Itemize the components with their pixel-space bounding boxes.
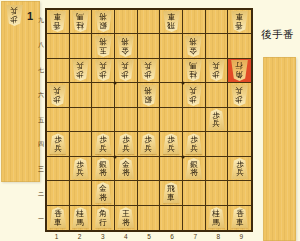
square-3五[interactable]	[92, 108, 115, 132]
file-label: 6	[161, 232, 184, 241]
square-6四[interactable]: 歩兵	[160, 132, 183, 156]
shogi-piece-gote[interactable]: 銀将	[94, 158, 113, 179]
square-9六[interactable]: 歩兵	[228, 83, 251, 107]
shogi-piece-sente[interactable]: 歩兵	[230, 85, 249, 106]
square-2五[interactable]	[70, 108, 93, 132]
square-4四[interactable]: 歩兵	[115, 132, 138, 156]
square-7五[interactable]	[183, 108, 206, 132]
square-1六[interactable]: 歩兵	[47, 83, 70, 107]
shogi-piece-gote[interactable]: 歩兵	[94, 133, 113, 154]
square-9五[interactable]	[228, 108, 251, 132]
board-grid: 香車桂馬銀将飛車香車玉将金将金将歩兵歩兵歩兵歩兵桂馬歩兵角行歩兵銀将歩兵歩兵歩兵…	[47, 10, 251, 230]
shogi-piece-sente[interactable]: 歩兵	[48, 85, 67, 106]
shogi-piece-gote[interactable]: 金将	[94, 182, 113, 203]
sente-captured-pieces-stand: 歩兵 1	[1, 1, 40, 182]
square-3二[interactable]: 金将	[92, 181, 115, 205]
sente-hand-pawn-count: 1	[27, 10, 33, 22]
file-label: 3	[91, 232, 114, 241]
file-labels: 123456789	[45, 232, 253, 241]
square-9三[interactable]: 歩兵	[228, 157, 251, 181]
square-1五[interactable]	[47, 108, 70, 132]
square-7一[interactable]	[183, 206, 206, 230]
square-8八[interactable]	[206, 34, 229, 58]
square-2二[interactable]	[70, 181, 93, 205]
square-3三[interactable]: 銀将	[92, 157, 115, 181]
square-2六[interactable]	[70, 83, 93, 107]
shogi-piece-gote[interactable]: 角行	[94, 207, 113, 228]
rank-label: 九	[37, 8, 45, 33]
square-4五[interactable]	[115, 108, 138, 132]
square-8三[interactable]	[206, 157, 229, 181]
square-4六[interactable]	[115, 83, 138, 107]
square-5三[interactable]	[138, 157, 161, 181]
square-5六[interactable]: 銀将	[138, 83, 161, 107]
square-3一[interactable]: 角行	[92, 206, 115, 230]
square-1三[interactable]	[47, 157, 70, 181]
shogi-piece-gote[interactable]: 歩兵	[139, 133, 158, 154]
square-2九[interactable]: 桂馬	[70, 10, 93, 34]
hoshi-dot	[182, 155, 185, 158]
square-5五[interactable]	[138, 108, 161, 132]
square-1八[interactable]	[47, 34, 70, 58]
square-3四[interactable]: 歩兵	[92, 132, 115, 156]
shogi-piece-sente[interactable]: 歩兵	[116, 60, 135, 81]
shogi-piece-gote[interactable]: 金将	[116, 158, 135, 179]
shogi-piece-gote[interactable]: 歩兵	[230, 158, 249, 179]
square-8一[interactable]: 桂馬	[206, 206, 229, 230]
square-5八[interactable]	[138, 34, 161, 58]
square-5一[interactable]	[138, 206, 161, 230]
shogi-piece-gote[interactable]: 香車	[48, 207, 67, 228]
square-6八[interactable]	[160, 34, 183, 58]
rank-label: 五	[37, 108, 45, 133]
square-7六[interactable]: 歩兵	[183, 83, 206, 107]
square-2四[interactable]	[70, 132, 93, 156]
hoshi-dot	[182, 82, 185, 85]
shogi-piece-sente[interactable]: 桂馬	[184, 60, 203, 81]
square-7二[interactable]	[183, 181, 206, 205]
shogi-piece-sente[interactable]: 歩兵	[184, 85, 203, 106]
square-2一[interactable]: 桂馬	[70, 206, 93, 230]
rank-labels: 九八七六五四三二一	[37, 8, 45, 232]
square-8九[interactable]	[206, 10, 229, 34]
square-6五[interactable]	[160, 108, 183, 132]
rank-label: 三	[37, 157, 45, 182]
square-9二[interactable]	[228, 181, 251, 205]
square-5九[interactable]	[138, 10, 161, 34]
shogi-piece-sente[interactable]: 香車	[48, 11, 67, 32]
hoshi-dot	[114, 82, 117, 85]
square-6九[interactable]: 飛車	[160, 10, 183, 34]
gote-captured-pieces-stand	[263, 57, 296, 241]
shogi-piece-gote[interactable]: 桂馬	[71, 207, 90, 228]
shogi-piece-sente[interactable]: 香車	[230, 11, 249, 32]
square-5七[interactable]: 歩兵	[138, 59, 161, 83]
square-9四[interactable]	[228, 132, 251, 156]
shogi-board: 香車桂馬銀将飛車香車玉将金将金将歩兵歩兵歩兵歩兵桂馬歩兵角行歩兵銀将歩兵歩兵歩兵…	[45, 8, 253, 232]
turn-indicator-label: 後手番	[261, 28, 300, 42]
square-1二[interactable]	[47, 181, 70, 205]
rank-label: 一	[37, 207, 45, 232]
shogi-piece-sente[interactable]: 歩兵	[139, 60, 158, 81]
square-9七[interactable]: 角行	[228, 59, 251, 83]
square-4七[interactable]: 歩兵	[115, 59, 138, 83]
shogi-piece-sente[interactable]: 玉将	[94, 36, 113, 57]
hoshi-dot	[114, 155, 117, 158]
shogi-piece-gote[interactable]: 歩兵	[184, 133, 203, 154]
shogi-piece-sente[interactable]: 銀将	[139, 85, 158, 106]
square-1一[interactable]: 香車	[47, 206, 70, 230]
square-4八[interactable]: 金将	[115, 34, 138, 58]
square-3八[interactable]: 玉将	[92, 34, 115, 58]
square-4一[interactable]: 王将	[115, 206, 138, 230]
square-4九[interactable]	[115, 10, 138, 34]
shogi-piece-sente[interactable]: 銀将	[94, 11, 113, 32]
square-6六[interactable]	[160, 83, 183, 107]
square-1九[interactable]: 香車	[47, 10, 70, 34]
file-label: 8	[207, 232, 230, 241]
square-2七[interactable]: 歩兵	[70, 59, 93, 83]
shogi-piece-gote[interactable]: 歩兵	[207, 109, 226, 130]
shogi-piece-gote[interactable]: 銀将	[184, 158, 203, 179]
square-4三[interactable]: 金将	[115, 157, 138, 181]
square-7八[interactable]: 金将	[183, 34, 206, 58]
square-9八[interactable]	[228, 34, 251, 58]
square-8四[interactable]	[206, 132, 229, 156]
rank-label: 六	[37, 83, 45, 108]
square-3六[interactable]	[92, 83, 115, 107]
square-3九[interactable]: 銀将	[92, 10, 115, 34]
shogi-piece-gote[interactable]: 歩兵	[71, 158, 90, 179]
file-label: 5	[137, 232, 160, 241]
square-7三[interactable]: 銀将	[183, 157, 206, 181]
file-label: 2	[68, 232, 91, 241]
rank-label: 七	[37, 58, 45, 83]
shogi-piece-gote[interactable]: 王将	[116, 207, 135, 228]
square-7七[interactable]: 桂馬	[183, 59, 206, 83]
square-6一[interactable]	[160, 206, 183, 230]
shogi-piece-sente[interactable]: 桂馬	[71, 11, 90, 32]
file-label: 7	[184, 232, 207, 241]
file-label: 9	[230, 232, 253, 241]
square-4二[interactable]	[115, 181, 138, 205]
shogi-piece-sente[interactable]: 飛車	[162, 11, 181, 32]
shogi-piece-sente[interactable]: 歩兵	[71, 60, 90, 81]
square-2三[interactable]: 歩兵	[70, 157, 93, 181]
square-1七[interactable]	[47, 59, 70, 83]
shogi-piece-sente[interactable]: 金将	[184, 36, 203, 57]
shogi-piece-sente[interactable]: 金将	[116, 36, 135, 57]
square-8二[interactable]	[206, 181, 229, 205]
shogi-piece-gote[interactable]: 桂馬	[207, 207, 226, 228]
square-1四[interactable]: 歩兵	[47, 132, 70, 156]
square-8六[interactable]	[206, 83, 229, 107]
square-8七[interactable]: 歩兵	[206, 59, 229, 83]
square-6三[interactable]	[160, 157, 183, 181]
shogi-piece-gote[interactable]: 歩兵	[162, 133, 181, 154]
square-7四[interactable]: 歩兵	[183, 132, 206, 156]
shogi-piece-sente[interactable]: 歩兵	[94, 60, 113, 81]
square-8五[interactable]: 歩兵	[206, 108, 229, 132]
shogi-piece-sente[interactable]: 歩兵	[207, 60, 226, 81]
shogi-piece-gote[interactable]: 歩兵	[116, 133, 135, 154]
sente-hand-pawn-piece[interactable]: 歩兵	[5, 5, 24, 26]
file-label: 1	[45, 232, 68, 241]
shogi-piece-gote[interactable]: 香車	[230, 207, 249, 228]
rank-label: 二	[37, 182, 45, 207]
square-9九[interactable]: 香車	[228, 10, 251, 34]
rank-label: 四	[37, 132, 45, 157]
square-9一[interactable]: 香車	[228, 206, 251, 230]
square-3七[interactable]: 歩兵	[92, 59, 115, 83]
shogi-piece-gote[interactable]: 歩兵	[48, 133, 67, 154]
shogi-piece-sente[interactable]: 角行	[230, 60, 249, 81]
square-5二[interactable]	[138, 181, 161, 205]
square-6二[interactable]: 飛車	[160, 181, 183, 205]
square-7九[interactable]	[183, 10, 206, 34]
file-label: 4	[114, 232, 137, 241]
square-2八[interactable]	[70, 34, 93, 58]
shogi-piece-gote[interactable]: 飛車	[162, 182, 181, 203]
square-5四[interactable]: 歩兵	[138, 132, 161, 156]
rank-label: 八	[37, 33, 45, 58]
square-6七[interactable]	[160, 59, 183, 83]
